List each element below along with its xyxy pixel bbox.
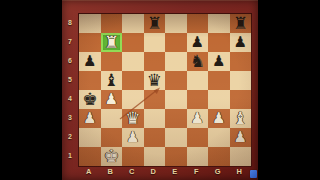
square-c7[interactable] — [122, 33, 144, 52]
square-f8[interactable] — [187, 14, 209, 33]
piece-black-knight-f6[interactable]: ♞ — [190, 53, 205, 70]
square-f1[interactable] — [187, 147, 209, 166]
rank-label-2: 2 — [62, 127, 78, 146]
square-b3[interactable] — [101, 109, 123, 128]
square-f2[interactable] — [187, 128, 209, 147]
piece-black-bishop-b5[interactable]: ♝ — [104, 72, 119, 89]
file-label-e: E — [164, 165, 186, 178]
square-e3[interactable] — [165, 109, 187, 128]
square-g1[interactable] — [208, 147, 230, 166]
square-c2[interactable]: ♟ — [122, 128, 144, 147]
square-b7[interactable]: ♜ — [101, 33, 123, 52]
square-b1[interactable]: ♚ — [101, 147, 123, 166]
piece-black-pawn-h7[interactable]: ♟ — [234, 35, 247, 50]
square-f3[interactable]: ♟ — [187, 109, 209, 128]
square-a3[interactable]: ♟ — [79, 109, 101, 128]
square-f7[interactable]: ♟ — [187, 33, 209, 52]
rank-label-1: 1 — [62, 146, 78, 165]
piece-black-queen-d5[interactable]: ♛ — [147, 72, 162, 89]
chess-board: ♜♜♜♟♟♟♞♟♝♛♚♟♟♛♟♟♝♟♟♚ — [78, 13, 252, 167]
square-a4[interactable]: ♚ — [79, 90, 101, 109]
square-g7[interactable] — [208, 33, 230, 52]
square-a2[interactable] — [79, 128, 101, 147]
square-h2[interactable]: ♟ — [230, 128, 252, 147]
piece-black-rook-h8[interactable]: ♜ — [233, 15, 248, 32]
piece-white-pawn-a3[interactable]: ♟ — [83, 111, 96, 126]
square-g4[interactable] — [208, 90, 230, 109]
rank-label-3: 3 — [62, 108, 78, 127]
file-label-f: F — [186, 165, 208, 178]
square-c1[interactable] — [122, 147, 144, 166]
piece-white-pawn-f3[interactable]: ♟ — [191, 111, 204, 126]
file-label-h: H — [229, 165, 251, 178]
piece-white-queen-c3[interactable]: ♛ — [125, 110, 140, 127]
square-g6[interactable]: ♟ — [208, 52, 230, 71]
rank-label-4: 4 — [62, 89, 78, 108]
chess-board-frame: 87654321 ♜♜♜♟♟♟♞♟♝♛♚♟♟♛♟♟♝♟♟♚ ABCDEFGH — [62, 0, 258, 180]
square-b8[interactable] — [101, 14, 123, 33]
square-c3[interactable]: ♛ — [122, 109, 144, 128]
square-c4[interactable] — [122, 90, 144, 109]
square-h8[interactable]: ♜ — [230, 14, 252, 33]
square-c5[interactable] — [122, 71, 144, 90]
square-h6[interactable] — [230, 52, 252, 71]
square-e7[interactable] — [165, 33, 187, 52]
file-label-c: C — [121, 165, 143, 178]
square-e6[interactable] — [165, 52, 187, 71]
piece-white-pawn-c2[interactable]: ♟ — [126, 130, 139, 145]
piece-white-king-b1[interactable]: ♚ — [104, 148, 119, 165]
square-c8[interactable] — [122, 14, 144, 33]
piece-white-rook-b7[interactable]: ♜ — [104, 34, 119, 51]
rank-label-7: 7 — [62, 32, 78, 51]
piece-black-king-a4[interactable]: ♚ — [82, 91, 97, 108]
square-h3[interactable]: ♝ — [230, 109, 252, 128]
square-h7[interactable]: ♟ — [230, 33, 252, 52]
square-a6[interactable]: ♟ — [79, 52, 101, 71]
square-g3[interactable]: ♟ — [208, 109, 230, 128]
square-g5[interactable] — [208, 71, 230, 90]
file-label-a: A — [78, 165, 100, 178]
square-f6[interactable]: ♞ — [187, 52, 209, 71]
piece-white-pawn-b4[interactable]: ♟ — [105, 92, 118, 107]
square-b6[interactable] — [101, 52, 123, 71]
square-d6[interactable] — [144, 52, 166, 71]
square-e1[interactable] — [165, 147, 187, 166]
square-d1[interactable] — [144, 147, 166, 166]
square-d3[interactable] — [144, 109, 166, 128]
square-a8[interactable] — [79, 14, 101, 33]
square-e2[interactable] — [165, 128, 187, 147]
square-d4[interactable] — [144, 90, 166, 109]
square-d8[interactable]: ♜ — [144, 14, 166, 33]
rank-labels: 87654321 — [62, 13, 78, 165]
square-b5[interactable]: ♝ — [101, 71, 123, 90]
square-a7[interactable] — [79, 33, 101, 52]
piece-white-bishop-h3[interactable]: ♝ — [233, 110, 248, 127]
square-f5[interactable] — [187, 71, 209, 90]
square-g2[interactable] — [208, 128, 230, 147]
square-h5[interactable] — [230, 71, 252, 90]
square-e8[interactable] — [165, 14, 187, 33]
piece-white-pawn-h2[interactable]: ♟ — [234, 130, 247, 145]
piece-white-pawn-g3[interactable]: ♟ — [212, 111, 225, 126]
square-a5[interactable] — [79, 71, 101, 90]
square-b4[interactable]: ♟ — [101, 90, 123, 109]
square-a1[interactable] — [79, 147, 101, 166]
square-b2[interactable] — [101, 128, 123, 147]
square-e5[interactable] — [165, 71, 187, 90]
piece-black-rook-d8[interactable]: ♜ — [147, 15, 162, 32]
square-d5[interactable]: ♛ — [144, 71, 166, 90]
file-labels: ABCDEFGH — [78, 165, 250, 178]
rank-label-5: 5 — [62, 70, 78, 89]
rank-label-8: 8 — [62, 13, 78, 32]
square-h1[interactable] — [230, 147, 252, 166]
piece-black-pawn-a6[interactable]: ♟ — [83, 54, 96, 69]
watermark-logo — [250, 170, 257, 178]
square-f4[interactable] — [187, 90, 209, 109]
piece-black-pawn-f7[interactable]: ♟ — [191, 35, 204, 50]
square-e4[interactable] — [165, 90, 187, 109]
square-d7[interactable] — [144, 33, 166, 52]
file-label-g: G — [207, 165, 229, 178]
piece-black-pawn-g6[interactable]: ♟ — [212, 54, 225, 69]
square-g8[interactable] — [208, 14, 230, 33]
file-label-d: D — [143, 165, 165, 178]
square-c6[interactable] — [122, 52, 144, 71]
rank-label-6: 6 — [62, 51, 78, 70]
file-label-b: B — [100, 165, 122, 178]
square-d2[interactable] — [144, 128, 166, 147]
square-h4[interactable] — [230, 90, 252, 109]
